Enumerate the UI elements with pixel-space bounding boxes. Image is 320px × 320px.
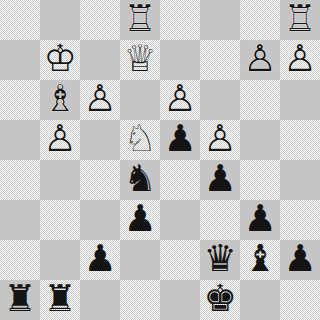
square-g5[interactable] [240,120,280,160]
square-e5[interactable]: ♟ [160,120,200,160]
square-b4[interactable] [40,160,80,200]
piece-black-rook-b1[interactable]: ♜ [43,280,76,319]
square-d7[interactable]: ♕ [120,40,160,80]
square-a7[interactable] [0,40,40,80]
chess-board: ♖♖♔♕♙♙♗♙♙♙♘♟♙♞♟♟♟♟♛♝♟♜♜♚ [0,0,320,320]
piece-white-pawn-g7[interactable]: ♙ [243,40,276,79]
piece-white-king-b7[interactable]: ♔ [43,40,76,79]
square-h1[interactable] [280,280,320,320]
piece-black-pawn-e5[interactable]: ♟ [163,120,196,159]
square-c6[interactable]: ♙ [80,80,120,120]
square-d1[interactable] [120,280,160,320]
piece-white-pawn-e6[interactable]: ♙ [163,80,196,119]
piece-black-knight-d4[interactable]: ♞ [123,160,156,199]
square-g8[interactable] [240,0,280,40]
piece-black-pawn-d3[interactable]: ♟ [123,200,156,239]
piece-black-pawn-c2[interactable]: ♟ [83,240,116,279]
square-c1[interactable] [80,280,120,320]
piece-white-rook-d8[interactable]: ♖ [123,0,156,39]
square-e4[interactable] [160,160,200,200]
square-f5[interactable]: ♙ [200,120,240,160]
square-d2[interactable] [120,240,160,280]
piece-black-pawn-g3[interactable]: ♟ [243,200,276,239]
piece-black-king-f1[interactable]: ♚ [203,280,236,319]
square-e3[interactable] [160,200,200,240]
square-e7[interactable] [160,40,200,80]
square-h3[interactable] [280,200,320,240]
piece-black-pawn-f4[interactable]: ♟ [203,160,236,199]
square-b1[interactable]: ♜ [40,280,80,320]
square-b7[interactable]: ♔ [40,40,80,80]
piece-white-pawn-c6[interactable]: ♙ [83,80,116,119]
square-h4[interactable] [280,160,320,200]
piece-white-pawn-h7[interactable]: ♙ [283,40,316,79]
piece-white-bishop-b6[interactable]: ♗ [43,80,76,119]
piece-black-queen-f2[interactable]: ♛ [203,240,236,279]
square-g2[interactable]: ♝ [240,240,280,280]
square-b5[interactable]: ♙ [40,120,80,160]
square-f4[interactable]: ♟ [200,160,240,200]
piece-white-rook-h8[interactable]: ♖ [283,0,316,39]
square-g1[interactable] [240,280,280,320]
square-e6[interactable]: ♙ [160,80,200,120]
square-g3[interactable]: ♟ [240,200,280,240]
piece-white-queen-d7[interactable]: ♕ [123,40,156,79]
piece-black-bishop-g2[interactable]: ♝ [243,240,276,279]
square-d4[interactable]: ♞ [120,160,160,200]
square-f6[interactable] [200,80,240,120]
square-c5[interactable] [80,120,120,160]
square-c7[interactable] [80,40,120,80]
square-f2[interactable]: ♛ [200,240,240,280]
square-a8[interactable] [0,0,40,40]
square-a5[interactable] [0,120,40,160]
square-c3[interactable] [80,200,120,240]
square-b2[interactable] [40,240,80,280]
square-e8[interactable] [160,0,200,40]
square-a1[interactable]: ♜ [0,280,40,320]
square-f1[interactable]: ♚ [200,280,240,320]
square-c2[interactable]: ♟ [80,240,120,280]
square-f8[interactable] [200,0,240,40]
piece-black-pawn-h2[interactable]: ♟ [283,240,316,279]
square-f7[interactable] [200,40,240,80]
square-h5[interactable] [280,120,320,160]
square-b8[interactable] [40,0,80,40]
square-e1[interactable] [160,280,200,320]
square-f3[interactable] [200,200,240,240]
piece-white-pawn-f5[interactable]: ♙ [203,120,236,159]
square-c4[interactable] [80,160,120,200]
square-a2[interactable] [0,240,40,280]
square-c8[interactable] [80,0,120,40]
piece-black-rook-a1[interactable]: ♜ [3,280,36,319]
square-e2[interactable] [160,240,200,280]
square-h7[interactable]: ♙ [280,40,320,80]
square-g7[interactable]: ♙ [240,40,280,80]
square-a6[interactable] [0,80,40,120]
square-h6[interactable] [280,80,320,120]
square-g4[interactable] [240,160,280,200]
square-a4[interactable] [0,160,40,200]
square-d5[interactable]: ♘ [120,120,160,160]
piece-white-knight-d5[interactable]: ♘ [123,120,156,159]
square-h2[interactable]: ♟ [280,240,320,280]
piece-white-pawn-b5[interactable]: ♙ [43,120,76,159]
square-h8[interactable]: ♖ [280,0,320,40]
square-d8[interactable]: ♖ [120,0,160,40]
square-g6[interactable] [240,80,280,120]
square-d3[interactable]: ♟ [120,200,160,240]
square-d6[interactable] [120,80,160,120]
square-a3[interactable] [0,200,40,240]
square-b6[interactable]: ♗ [40,80,80,120]
square-b3[interactable] [40,200,80,240]
